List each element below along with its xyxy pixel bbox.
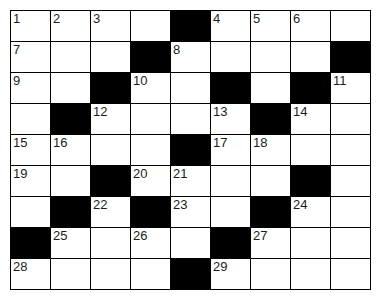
clue-number: 14 [293, 104, 307, 119]
clue-number: 4 [213, 11, 220, 26]
cell-r5c1[interactable]: 15 [11, 135, 50, 165]
cell-r5c4[interactable] [131, 135, 170, 165]
clue-number: 5 [253, 11, 260, 26]
cell-r5c8[interactable] [291, 135, 330, 165]
cell-r5c6[interactable]: 17 [211, 135, 250, 165]
cell-r4c5[interactable] [171, 104, 210, 134]
cell-r2c7[interactable] [251, 42, 290, 72]
cell-r3c5[interactable] [171, 73, 210, 103]
black-cell-r3c8 [291, 73, 330, 103]
cell-r1c8[interactable]: 6 [291, 11, 330, 41]
cell-r1c7[interactable]: 5 [251, 11, 290, 41]
black-cell-r4c2 [51, 104, 90, 134]
cell-r2c1[interactable]: 7 [11, 42, 50, 72]
cell-r8c9[interactable] [331, 228, 370, 258]
black-cell-r4c7 [251, 104, 290, 134]
black-cell-r7c4 [131, 197, 170, 227]
cell-r9c9[interactable] [331, 259, 370, 289]
clue-number: 12 [93, 104, 107, 119]
cell-r3c7[interactable] [251, 73, 290, 103]
cell-r8c2[interactable]: 25 [51, 228, 90, 258]
clue-number: 2 [53, 11, 60, 26]
cell-r8c4[interactable]: 26 [131, 228, 170, 258]
cell-r3c4[interactable]: 10 [131, 73, 170, 103]
clue-number: 20 [133, 166, 147, 181]
clue-number: 24 [293, 197, 307, 212]
black-cell-r7c7 [251, 197, 290, 227]
black-cell-r1c5 [171, 11, 210, 41]
clue-number: 26 [133, 228, 147, 243]
cell-r7c1[interactable] [11, 197, 50, 227]
cell-r8c5[interactable] [171, 228, 210, 258]
cell-r9c6[interactable]: 29 [211, 259, 250, 289]
cell-r4c9[interactable] [331, 104, 370, 134]
black-cell-r6c3 [91, 166, 130, 196]
cell-r1c4[interactable] [131, 11, 170, 41]
cell-r4c3[interactable]: 12 [91, 104, 130, 134]
clue-number: 27 [253, 228, 267, 243]
clue-number: 9 [13, 73, 20, 88]
cell-r9c4[interactable] [131, 259, 170, 289]
cell-r4c6[interactable]: 13 [211, 104, 250, 134]
clue-number: 18 [253, 135, 267, 150]
cell-r9c8[interactable] [291, 259, 330, 289]
cell-r5c9[interactable] [331, 135, 370, 165]
cell-r5c7[interactable]: 18 [251, 135, 290, 165]
cell-r1c9[interactable] [331, 11, 370, 41]
clue-number: 11 [333, 73, 347, 88]
clue-number: 1 [13, 11, 20, 26]
cell-r1c1[interactable]: 1 [11, 11, 50, 41]
clue-number: 29 [213, 259, 227, 274]
cell-r2c8[interactable] [291, 42, 330, 72]
cell-r2c3[interactable] [91, 42, 130, 72]
cell-r7c6[interactable] [211, 197, 250, 227]
black-cell-r2c4 [131, 42, 170, 72]
clue-number: 15 [13, 135, 27, 150]
cell-r2c2[interactable] [51, 42, 90, 72]
black-cell-r3c3 [91, 73, 130, 103]
cell-r8c3[interactable] [91, 228, 130, 258]
black-cell-r6c8 [291, 166, 330, 196]
clue-number: 16 [53, 135, 67, 150]
cell-r6c2[interactable] [51, 166, 90, 196]
cell-r7c3[interactable]: 22 [91, 197, 130, 227]
clue-number: 19 [13, 166, 27, 181]
black-cell-r8c1 [11, 228, 50, 258]
cell-r3c9[interactable]: 11 [331, 73, 370, 103]
cell-r8c8[interactable] [291, 228, 330, 258]
cell-r6c9[interactable] [331, 166, 370, 196]
clue-number: 6 [293, 11, 300, 26]
cell-r1c6[interactable]: 4 [211, 11, 250, 41]
clue-number: 7 [13, 42, 20, 57]
cell-r6c1[interactable]: 19 [11, 166, 50, 196]
clue-number: 8 [173, 42, 180, 57]
clue-number: 17 [213, 135, 227, 150]
clue-number: 22 [93, 197, 107, 212]
cell-r6c4[interactable]: 20 [131, 166, 170, 196]
clue-number: 28 [13, 259, 27, 274]
black-cell-r9c5 [171, 259, 210, 289]
crossword-board: 1234567891011121314151617181920212223242… [10, 10, 371, 290]
cell-r9c1[interactable]: 28 [11, 259, 50, 289]
cell-r1c2[interactable]: 2 [51, 11, 90, 41]
cell-r9c7[interactable] [251, 259, 290, 289]
cell-r7c5[interactable]: 23 [171, 197, 210, 227]
cell-r7c8[interactable]: 24 [291, 197, 330, 227]
clue-number: 25 [53, 228, 67, 243]
black-cell-r8c6 [211, 228, 250, 258]
cell-r8c7[interactable]: 27 [251, 228, 290, 258]
cell-r4c1[interactable] [11, 104, 50, 134]
cell-r4c4[interactable] [131, 104, 170, 134]
cell-r4c8[interactable]: 14 [291, 104, 330, 134]
clue-number: 23 [173, 197, 187, 212]
black-cell-r5c5 [171, 135, 210, 165]
cell-r9c2[interactable] [51, 259, 90, 289]
cell-r6c7[interactable] [251, 166, 290, 196]
cell-r6c6[interactable] [211, 166, 250, 196]
cell-r6c5[interactable]: 21 [171, 166, 210, 196]
cell-r3c1[interactable]: 9 [11, 73, 50, 103]
cell-r2c6[interactable] [211, 42, 250, 72]
clue-number: 3 [93, 11, 100, 26]
black-cell-r3c6 [211, 73, 250, 103]
cell-r1c3[interactable]: 3 [91, 11, 130, 41]
cell-r9c3[interactable] [91, 259, 130, 289]
clue-number: 13 [213, 104, 227, 119]
black-cell-r2c9 [331, 42, 370, 72]
clue-number: 10 [133, 73, 147, 88]
cell-r3c2[interactable] [51, 73, 90, 103]
black-cell-r7c2 [51, 197, 90, 227]
clue-number: 21 [173, 166, 187, 181]
cell-r5c3[interactable] [91, 135, 130, 165]
cell-r5c2[interactable]: 16 [51, 135, 90, 165]
cell-r2c5[interactable]: 8 [171, 42, 210, 72]
crossword-page: 1234567891011121314151617181920212223242… [0, 0, 382, 300]
cell-r7c9[interactable] [331, 197, 370, 227]
